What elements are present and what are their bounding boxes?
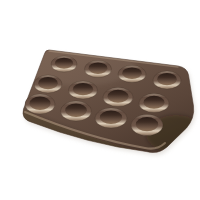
muffin-cup-cavity xyxy=(136,117,158,131)
muffin-cup-cavity xyxy=(55,58,73,69)
muffin-cup-cavity xyxy=(100,110,122,124)
muffin-cup-cavity xyxy=(38,77,58,89)
muffin-cup-cavity xyxy=(144,96,165,109)
muffin-pan-product-photo xyxy=(0,0,200,200)
muffin-cup-cavity xyxy=(157,73,177,85)
muffin-cup-cavity xyxy=(65,103,87,117)
photo-canvas xyxy=(0,0,200,200)
muffin-cup-cavity xyxy=(89,62,108,74)
muffin-cup-cavity xyxy=(73,83,93,95)
muffin-cup-cavity xyxy=(122,67,142,79)
muffin-cup-cavity xyxy=(30,96,51,110)
muffin-cup-cavity xyxy=(108,90,129,103)
